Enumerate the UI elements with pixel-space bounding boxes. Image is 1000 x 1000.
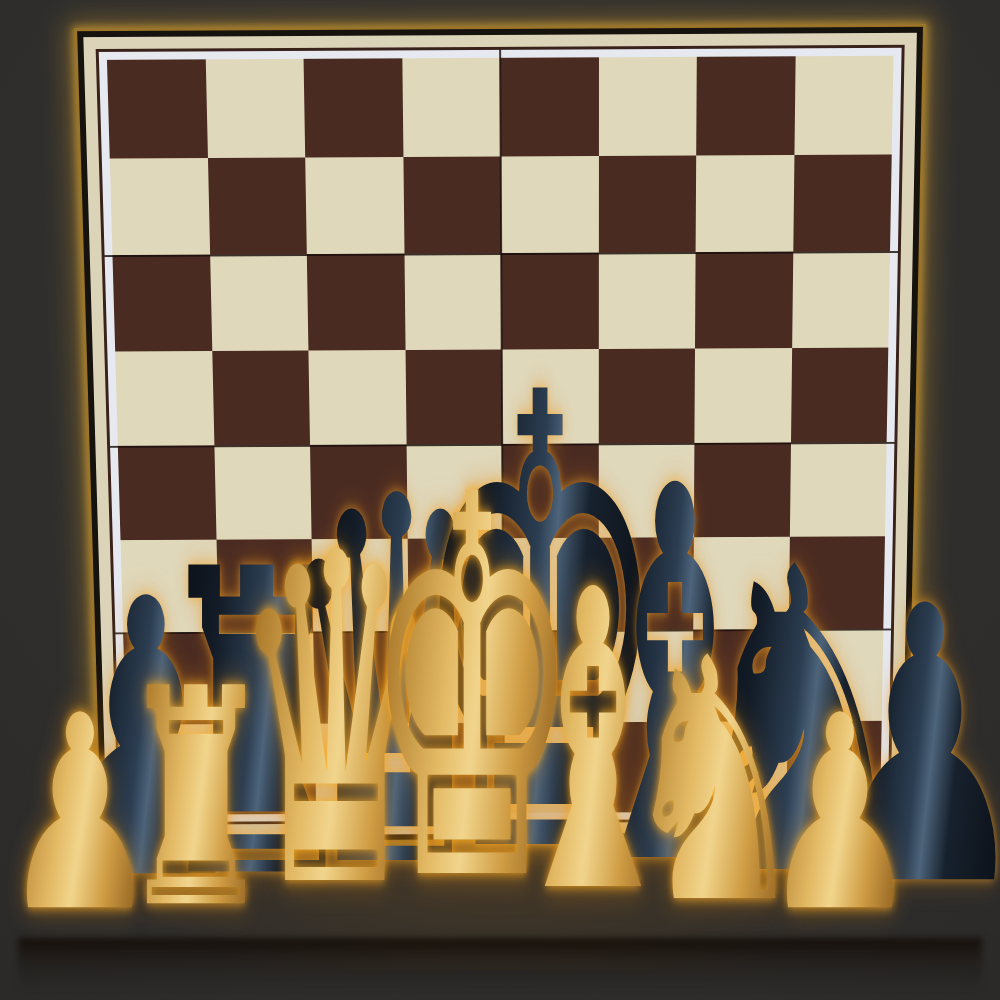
board-square <box>794 56 894 155</box>
board-square <box>205 59 305 158</box>
board-square <box>112 255 211 351</box>
board-square <box>696 56 795 155</box>
board-square <box>305 157 404 255</box>
board-square <box>501 155 599 253</box>
board-square <box>696 154 794 252</box>
board-square <box>793 154 892 252</box>
board-square <box>207 157 306 255</box>
board-square <box>115 351 214 446</box>
board-square <box>598 57 696 156</box>
board-square <box>304 58 403 157</box>
board-square <box>110 158 210 256</box>
scene: ♟ ♜ ♛ ♚ ♝ ♞ ♟ ♟ ♜ ♛ ♚ ♝ ♞ ♟ <box>0 0 1000 1000</box>
board-square <box>403 156 501 254</box>
board-square <box>598 155 696 253</box>
white-pawn-right-piece: ♟ <box>761 680 920 948</box>
board-square <box>210 254 309 350</box>
board-square <box>791 347 889 442</box>
board-square <box>792 251 890 347</box>
board-square <box>107 59 208 158</box>
board-square <box>500 57 598 156</box>
board-square <box>402 58 501 157</box>
board-square <box>695 252 793 348</box>
board-square <box>307 254 405 350</box>
